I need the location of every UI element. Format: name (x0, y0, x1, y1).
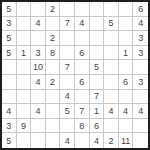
cell-r1c6[interactable] (75, 2, 90, 17)
cell-r3c2[interactable] (17, 31, 32, 46)
cell-r5c1[interactable] (2, 60, 17, 75)
cell-r10c4[interactable] (46, 133, 61, 148)
cell-r6c10[interactable]: 3 (133, 75, 148, 90)
cell-r2c3[interactable]: 4 (31, 17, 46, 32)
cell-r3c4[interactable]: 2 (46, 31, 61, 46)
cell-r6c6[interactable]: 6 (75, 75, 90, 90)
cell-r6c2[interactable] (17, 75, 32, 90)
cell-r3c5[interactable] (60, 31, 75, 46)
cell-r4c8[interactable] (104, 46, 119, 61)
cell-r9c5[interactable] (60, 119, 75, 134)
cell-r9c7[interactable]: 6 (90, 119, 105, 134)
cell-r10c10[interactable] (133, 133, 148, 148)
cell-r6c1[interactable] (2, 75, 17, 90)
cell-r8c6[interactable]: 7 (75, 104, 90, 119)
cell-r6c3[interactable]: 4 (31, 75, 46, 90)
cell-r6c8[interactable] (104, 75, 119, 90)
cell-r10c2[interactable] (17, 133, 32, 148)
cell-r1c5[interactable] (60, 2, 75, 17)
cell-r2c8[interactable]: 5 (104, 17, 119, 32)
cell-r6c4[interactable]: 2 (46, 75, 61, 90)
cell-r3c7[interactable] (90, 31, 105, 46)
cell-r5c8[interactable] (104, 60, 119, 75)
cell-r10c3[interactable] (31, 133, 46, 148)
cell-r8c8[interactable]: 4 (104, 104, 119, 119)
cell-r7c3[interactable] (31, 90, 46, 105)
cell-r6c9[interactable]: 6 (119, 75, 134, 90)
cell-r4c1[interactable]: 5 (2, 46, 17, 61)
cell-r9c1[interactable]: 3 (2, 119, 17, 134)
cell-r1c3[interactable] (31, 2, 46, 17)
cell-r4c2[interactable]: 1 (17, 46, 32, 61)
cell-r4c9[interactable]: 1 (119, 46, 134, 61)
cell-r5c5[interactable]: 7 (60, 60, 75, 75)
cell-r1c1[interactable]: 5 (2, 2, 17, 17)
cell-r8c3[interactable]: 4 (31, 104, 46, 119)
cell-r10c7[interactable]: 4 (90, 133, 105, 148)
cell-r3c9[interactable] (119, 31, 134, 46)
cell-r8c10[interactable]: 4 (133, 104, 148, 119)
cell-r7c1[interactable] (2, 90, 17, 105)
cell-r3c6[interactable] (75, 31, 90, 46)
cell-r7c4[interactable] (46, 90, 61, 105)
cell-r8c5[interactable]: 5 (60, 104, 75, 119)
cell-r10c1[interactable]: 5 (2, 133, 17, 148)
cell-r2c10[interactable]: 4 (133, 17, 148, 32)
cell-r10c6[interactable] (75, 133, 90, 148)
cell-r9c6[interactable]: 8 (75, 119, 90, 134)
cell-r9c4[interactable] (46, 119, 61, 134)
cell-r7c10[interactable] (133, 90, 148, 105)
cell-r9c10[interactable] (133, 119, 148, 134)
cell-r2c2[interactable] (17, 17, 32, 32)
cell-r9c3[interactable] (31, 119, 46, 134)
cell-r5c6[interactable] (75, 60, 90, 75)
cell-r8c7[interactable]: 1 (90, 104, 105, 119)
cell-r10c8[interactable]: 2 (104, 133, 119, 148)
cell-r2c9[interactable] (119, 17, 134, 32)
cell-r10c5[interactable]: 4 (60, 133, 75, 148)
cell-r7c7[interactable]: 7 (90, 90, 105, 105)
cell-r4c10[interactable]: 3 (133, 46, 148, 61)
cell-r10c9[interactable]: 11 (119, 133, 134, 148)
cell-r9c8[interactable] (104, 119, 119, 134)
cell-r7c5[interactable]: 4 (60, 90, 75, 105)
cell-r2c1[interactable]: 3 (2, 17, 17, 32)
cell-r8c1[interactable]: 4 (2, 104, 17, 119)
cell-r1c4[interactable]: 2 (46, 2, 61, 17)
cell-r6c5[interactable] (60, 75, 75, 90)
cell-r7c2[interactable] (17, 90, 32, 105)
cell-r8c2[interactable] (17, 104, 32, 119)
cell-r3c1[interactable]: 5 (2, 31, 17, 46)
cell-r7c6[interactable] (75, 90, 90, 105)
cell-r2c5[interactable]: 7 (60, 17, 75, 32)
cell-r1c2[interactable] (17, 2, 32, 17)
cell-r1c8[interactable] (104, 2, 119, 17)
cell-r5c10[interactable] (133, 60, 148, 75)
cell-r3c10[interactable]: 3 (133, 31, 148, 46)
cell-r2c7[interactable] (90, 17, 105, 32)
cell-r9c2[interactable]: 9 (17, 119, 32, 134)
cell-r4c6[interactable]: 6 (75, 46, 90, 61)
cell-r8c9[interactable]: 4 (119, 104, 134, 119)
cell-r9c9[interactable] (119, 119, 134, 134)
cell-r8c4[interactable] (46, 104, 61, 119)
cell-r7c9[interactable] (119, 90, 134, 105)
cell-r2c6[interactable]: 4 (75, 17, 90, 32)
cell-r2c4[interactable] (46, 17, 61, 32)
cell-r5c3[interactable]: 10 (31, 60, 46, 75)
sudoku-board: 5263474545235138613107542663474457144439… (0, 0, 150, 150)
cell-r1c10[interactable]: 6 (133, 2, 148, 17)
cell-r4c5[interactable] (60, 46, 75, 61)
cell-r4c3[interactable]: 3 (31, 46, 46, 61)
cell-r1c9[interactable] (119, 2, 134, 17)
cell-r5c7[interactable]: 5 (90, 60, 105, 75)
cell-r4c4[interactable]: 8 (46, 46, 61, 61)
cell-r1c7[interactable] (90, 2, 105, 17)
cell-r6c7[interactable] (90, 75, 105, 90)
cell-r7c8[interactable] (104, 90, 119, 105)
cell-r4c7[interactable] (90, 46, 105, 61)
cell-r3c8[interactable] (104, 31, 119, 46)
cell-r5c4[interactable] (46, 60, 61, 75)
cell-r5c2[interactable] (17, 60, 32, 75)
cell-r3c3[interactable] (31, 31, 46, 46)
cell-r5c9[interactable] (119, 60, 134, 75)
